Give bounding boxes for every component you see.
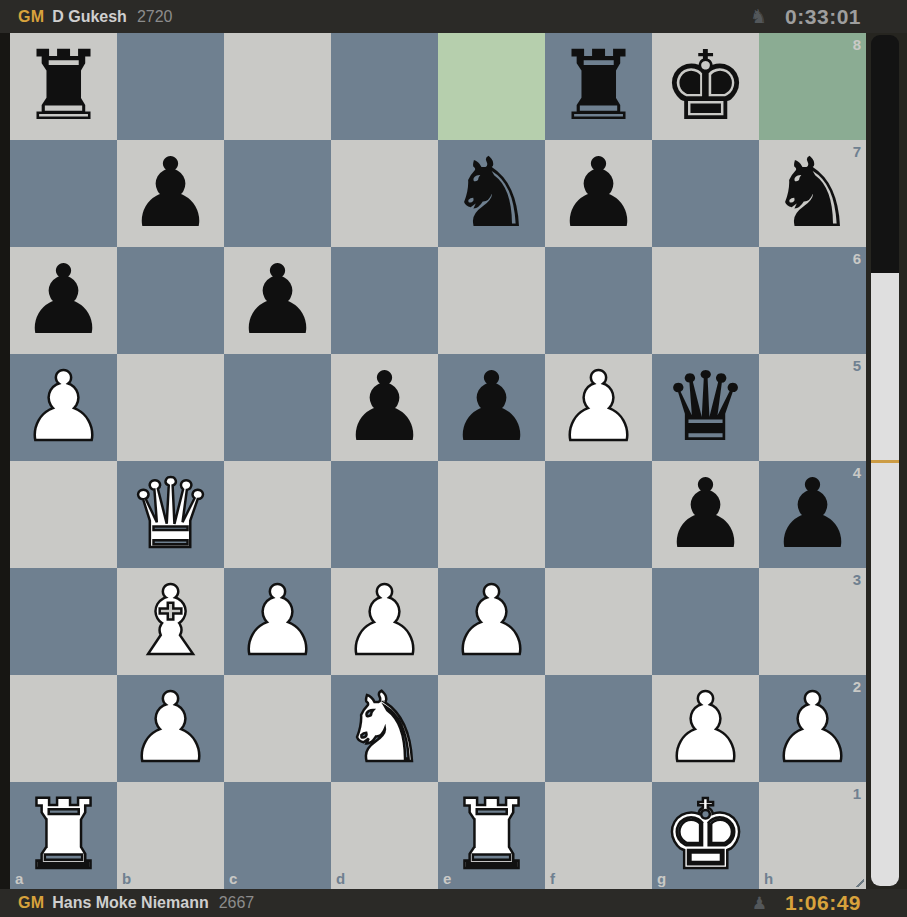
gauge-column bbox=[866, 33, 907, 889]
top-player-clock: 0:33:01 bbox=[785, 5, 861, 29]
square-c5[interactable] bbox=[224, 354, 331, 461]
black-pawn[interactable]: ♟ bbox=[10, 247, 117, 354]
square-h4[interactable]: ♟4 bbox=[759, 461, 866, 568]
square-h1[interactable]: 1h bbox=[759, 782, 866, 889]
white-pawn[interactable]: ♟ bbox=[331, 568, 438, 675]
square-d3[interactable]: ♟ bbox=[331, 568, 438, 675]
square-g3[interactable] bbox=[652, 568, 759, 675]
square-h7[interactable]: ♞7 bbox=[759, 140, 866, 247]
coord-rank-1: 1 bbox=[853, 785, 861, 802]
square-h5[interactable]: 5 bbox=[759, 354, 866, 461]
coord-rank-6: 6 bbox=[853, 250, 861, 267]
square-b7[interactable]: ♟ bbox=[117, 140, 224, 247]
square-e7[interactable]: ♞ bbox=[438, 140, 545, 247]
square-e1[interactable]: ♜e bbox=[438, 782, 545, 889]
square-g6[interactable] bbox=[652, 247, 759, 354]
square-c4[interactable] bbox=[224, 461, 331, 568]
pawn-icon: ♟ bbox=[752, 895, 767, 912]
square-f7[interactable]: ♟ bbox=[545, 140, 652, 247]
square-f8[interactable]: ♜ bbox=[545, 33, 652, 140]
top-player-bar: GM D Gukesh 2720 ♞ 0:33:01 bbox=[0, 0, 907, 33]
square-e3[interactable]: ♟ bbox=[438, 568, 545, 675]
white-pawn[interactable]: ♟ bbox=[224, 568, 331, 675]
square-a7[interactable] bbox=[10, 140, 117, 247]
coord-rank-8: 8 bbox=[853, 36, 861, 53]
black-knight[interactable]: ♞ bbox=[759, 140, 866, 247]
square-c2[interactable] bbox=[224, 675, 331, 782]
square-g5[interactable]: ♛ bbox=[652, 354, 759, 461]
black-pawn[interactable]: ♟ bbox=[545, 140, 652, 247]
black-pawn[interactable]: ♟ bbox=[224, 247, 331, 354]
square-d4[interactable] bbox=[331, 461, 438, 568]
eval-gauge-white-fill bbox=[871, 273, 899, 886]
square-f1[interactable]: f bbox=[545, 782, 652, 889]
square-c6[interactable]: ♟ bbox=[224, 247, 331, 354]
white-bishop[interactable]: ♝ bbox=[117, 568, 224, 675]
black-rook[interactable]: ♜ bbox=[545, 33, 652, 140]
square-f6[interactable] bbox=[545, 247, 652, 354]
black-king[interactable]: ♚ bbox=[652, 33, 759, 140]
white-pawn[interactable]: ♟ bbox=[545, 354, 652, 461]
white-king[interactable]: ♚ bbox=[652, 782, 759, 889]
square-d7[interactable] bbox=[331, 140, 438, 247]
square-f4[interactable] bbox=[545, 461, 652, 568]
chess-board[interactable]: ♜♜♚8♟♞♟♞7♟♟6♟♟♟♟♛5♛♟♟4♝♟♟♟3♟♞♟♟2♜abcd♜ef… bbox=[10, 33, 866, 889]
black-rook[interactable]: ♜ bbox=[10, 33, 117, 140]
square-b6[interactable] bbox=[117, 247, 224, 354]
coord-file-d: d bbox=[336, 870, 345, 887]
square-b3[interactable]: ♝ bbox=[117, 568, 224, 675]
coord-file-f: f bbox=[550, 870, 555, 887]
square-a8[interactable]: ♜ bbox=[10, 33, 117, 140]
square-d1[interactable]: d bbox=[331, 782, 438, 889]
square-h6[interactable]: 6 bbox=[759, 247, 866, 354]
white-pawn[interactable]: ♟ bbox=[117, 675, 224, 782]
square-h8[interactable]: 8 bbox=[759, 33, 866, 140]
square-c7[interactable] bbox=[224, 140, 331, 247]
square-d5[interactable]: ♟ bbox=[331, 354, 438, 461]
coord-file-h: h bbox=[764, 870, 773, 887]
square-g1[interactable]: ♚g bbox=[652, 782, 759, 889]
square-f5[interactable]: ♟ bbox=[545, 354, 652, 461]
white-queen[interactable]: ♛ bbox=[117, 461, 224, 568]
square-g7[interactable] bbox=[652, 140, 759, 247]
black-pawn[interactable]: ♟ bbox=[759, 461, 866, 568]
white-pawn[interactable]: ♟ bbox=[10, 354, 117, 461]
square-a5[interactable]: ♟ bbox=[10, 354, 117, 461]
square-b2[interactable]: ♟ bbox=[117, 675, 224, 782]
board-wrap: ♜♜♚8♟♞♟♞7♟♟6♟♟♟♟♛5♛♟♟4♝♟♟♟3♟♞♟♟2♜abcd♜ef… bbox=[10, 33, 866, 889]
top-player-name[interactable]: D Gukesh bbox=[52, 8, 127, 26]
white-pawn[interactable]: ♟ bbox=[759, 675, 866, 782]
square-b4[interactable]: ♛ bbox=[117, 461, 224, 568]
square-a2[interactable] bbox=[10, 675, 117, 782]
knight-icon: ♞ bbox=[750, 7, 767, 26]
white-rook[interactable]: ♜ bbox=[10, 782, 117, 889]
square-e8[interactable] bbox=[438, 33, 545, 140]
square-e4[interactable] bbox=[438, 461, 545, 568]
square-h2[interactable]: ♟2 bbox=[759, 675, 866, 782]
square-a4[interactable] bbox=[10, 461, 117, 568]
square-b8[interactable] bbox=[117, 33, 224, 140]
black-pawn[interactable]: ♟ bbox=[117, 140, 224, 247]
square-a6[interactable]: ♟ bbox=[10, 247, 117, 354]
white-pawn[interactable]: ♟ bbox=[438, 568, 545, 675]
coord-rank-5: 5 bbox=[853, 357, 861, 374]
square-e2[interactable] bbox=[438, 675, 545, 782]
white-knight[interactable]: ♞ bbox=[331, 675, 438, 782]
black-pawn[interactable]: ♟ bbox=[652, 461, 759, 568]
bottom-player-clock: 1:06:49 bbox=[785, 891, 861, 915]
board-area: ♜♜♚8♟♞♟♞7♟♟6♟♟♟♟♛5♛♟♟4♝♟♟♟3♟♞♟♟2♜abcd♜ef… bbox=[0, 33, 907, 889]
black-pawn[interactable]: ♟ bbox=[331, 354, 438, 461]
bottom-player-bar: GM Hans Moke Niemann 2667 ♟ 1:06:49 bbox=[0, 889, 907, 917]
black-queen[interactable]: ♛ bbox=[652, 354, 759, 461]
square-a1[interactable]: ♜a bbox=[10, 782, 117, 889]
square-d2[interactable]: ♞ bbox=[331, 675, 438, 782]
square-b5[interactable] bbox=[117, 354, 224, 461]
square-g2[interactable]: ♟ bbox=[652, 675, 759, 782]
square-e5[interactable]: ♟ bbox=[438, 354, 545, 461]
bottom-player-name[interactable]: Hans Moke Niemann bbox=[52, 894, 208, 912]
top-player-title: GM bbox=[18, 8, 44, 26]
white-pawn[interactable]: ♟ bbox=[652, 675, 759, 782]
square-c3[interactable]: ♟ bbox=[224, 568, 331, 675]
square-g4[interactable]: ♟ bbox=[652, 461, 759, 568]
white-rook[interactable]: ♜ bbox=[438, 782, 545, 889]
square-d8[interactable] bbox=[331, 33, 438, 140]
square-b1[interactable]: b bbox=[117, 782, 224, 889]
eval-gauge-zero-tick bbox=[871, 460, 899, 463]
square-c1[interactable]: c bbox=[224, 782, 331, 889]
square-c8[interactable] bbox=[224, 33, 331, 140]
black-knight[interactable]: ♞ bbox=[438, 140, 545, 247]
eval-gauge bbox=[871, 35, 899, 886]
black-pawn[interactable]: ♟ bbox=[438, 354, 545, 461]
coord-rank-3: 3 bbox=[853, 571, 861, 588]
square-h3[interactable]: 3 bbox=[759, 568, 866, 675]
square-e6[interactable] bbox=[438, 247, 545, 354]
top-player-rating: 2720 bbox=[137, 8, 173, 26]
square-a3[interactable] bbox=[10, 568, 117, 675]
coord-file-b: b bbox=[122, 870, 131, 887]
lichess-tv-page: GM D Gukesh 2720 ♞ 0:33:01 ♜♜♚8♟♞♟♞7♟♟6♟… bbox=[0, 0, 907, 917]
square-g8[interactable]: ♚ bbox=[652, 33, 759, 140]
coord-file-c: c bbox=[229, 870, 237, 887]
bottom-player-rating: 2667 bbox=[219, 894, 255, 912]
square-f2[interactable] bbox=[545, 675, 652, 782]
square-d6[interactable] bbox=[331, 247, 438, 354]
bottom-player-title: GM bbox=[18, 894, 44, 912]
square-f3[interactable] bbox=[545, 568, 652, 675]
